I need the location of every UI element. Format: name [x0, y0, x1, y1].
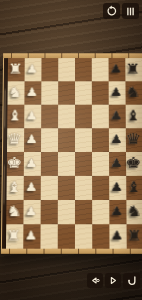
piece-white-bishop[interactable]: ♝: [7, 109, 22, 123]
square-e1[interactable]: ♚: [7, 152, 24, 176]
square-a1[interactable]: ♜: [8, 58, 25, 81]
frame-bottom-coordinates: [1, 249, 142, 254]
square-d5[interactable]: [75, 128, 92, 152]
chess-app-screen: { "game": "chess", "position": { "fen": …: [0, 0, 142, 300]
square-b2[interactable]: ♟: [24, 81, 41, 104]
square-f5[interactable]: [75, 176, 92, 200]
square-e6[interactable]: [92, 152, 109, 176]
square-a6[interactable]: [92, 58, 109, 81]
piece-white-pawn[interactable]: ♟: [25, 205, 38, 217]
piece-black-pawn[interactable]: ♟: [110, 133, 123, 145]
square-b3[interactable]: [41, 81, 58, 104]
vertical-bars-icon: [125, 6, 136, 17]
piece-white-rook[interactable]: ♜: [8, 62, 23, 76]
board-3d-scene: ♜♟♟♜♞♟♟♞♝♟♟♝♛♟♟♛♚♟♟♚♝♟♟♝♞♟♟♞♜♟♟♜: [1, 53, 142, 254]
piece-black-king[interactable]: ♚: [125, 156, 141, 171]
square-e7[interactable]: ♟: [109, 152, 126, 176]
square-c4[interactable]: [58, 105, 75, 129]
square-e5[interactable]: [75, 152, 92, 176]
square-g3[interactable]: [41, 200, 58, 224]
square-g7[interactable]: ♟: [109, 200, 126, 224]
piece-black-pawn[interactable]: ♟: [110, 63, 122, 74]
square-f8[interactable]: ♝: [126, 176, 142, 200]
square-b4[interactable]: [58, 81, 75, 104]
board-middle: ♜♟♟♜♞♟♟♞♝♟♟♝♛♟♟♛♚♟♟♚♝♟♟♝♞♟♟♞♜♟♟♜: [1, 58, 142, 249]
square-h2[interactable]: ♟: [23, 224, 40, 248]
undo-button[interactable]: [123, 273, 140, 289]
restart-circular-arrow-icon: [106, 5, 118, 17]
piece-white-pawn[interactable]: ♟: [25, 133, 38, 145]
piece-black-pawn[interactable]: ♟: [111, 230, 124, 242]
square-d7[interactable]: ♟: [109, 128, 126, 152]
forward-button[interactable]: [105, 273, 121, 288]
square-f2[interactable]: ♟: [24, 176, 41, 200]
board-frame: ♜♟♟♜♞♟♟♞♝♟♟♝♛♟♟♛♚♟♟♚♝♟♟♝♞♟♟♞♜♟♟♜: [1, 53, 142, 254]
square-h1[interactable]: ♜: [6, 224, 23, 248]
piece-white-pawn[interactable]: ♟: [26, 86, 39, 97]
square-b8[interactable]: ♞: [125, 81, 142, 104]
piece-black-knight[interactable]: ♞: [126, 204, 142, 218]
piece-black-bishop[interactable]: ♝: [126, 180, 141, 194]
square-e4[interactable]: [58, 152, 75, 176]
square-d6[interactable]: [92, 128, 109, 152]
square-f1[interactable]: ♝: [6, 176, 23, 200]
piece-white-pawn[interactable]: ♟: [26, 63, 38, 74]
square-a7[interactable]: ♟: [109, 58, 126, 81]
square-f3[interactable]: [41, 176, 58, 200]
piece-black-bishop[interactable]: ♝: [126, 109, 141, 123]
piece-black-queen[interactable]: ♛: [125, 132, 141, 147]
piece-white-pawn[interactable]: ♟: [25, 110, 38, 122]
square-a4[interactable]: [58, 58, 75, 81]
square-e3[interactable]: [41, 152, 58, 176]
triangle-right-icon: [107, 275, 119, 286]
square-d3[interactable]: [41, 128, 58, 152]
piece-white-knight[interactable]: ♞: [7, 85, 22, 99]
square-a3[interactable]: [41, 58, 58, 81]
piece-white-rook[interactable]: ♜: [6, 228, 22, 243]
square-d1[interactable]: ♛: [7, 128, 24, 152]
square-e8[interactable]: ♚: [126, 152, 142, 176]
piece-black-rook[interactable]: ♜: [125, 62, 140, 76]
square-h6[interactable]: [92, 224, 109, 248]
square-g5[interactable]: [75, 200, 92, 224]
triangle-left-knob-icon: [89, 275, 101, 286]
square-a5[interactable]: [75, 58, 92, 81]
piece-black-pawn[interactable]: ♟: [110, 86, 123, 97]
piece-black-pawn[interactable]: ♟: [110, 157, 123, 169]
square-h8[interactable]: ♜: [127, 224, 142, 248]
back-button[interactable]: [87, 273, 103, 288]
piece-white-pawn[interactable]: ♟: [25, 181, 38, 193]
square-h5[interactable]: [75, 224, 92, 248]
square-d2[interactable]: ♟: [24, 128, 41, 152]
piece-white-queen[interactable]: ♛: [6, 132, 22, 147]
square-g6[interactable]: [92, 200, 109, 224]
square-g8[interactable]: ♞: [126, 200, 142, 224]
square-c8[interactable]: ♝: [126, 105, 142, 129]
square-h7[interactable]: ♟: [109, 224, 126, 248]
piece-black-rook[interactable]: ♜: [126, 228, 142, 243]
square-a8[interactable]: ♜: [125, 58, 142, 81]
menu-button[interactable]: [122, 3, 139, 19]
square-a2[interactable]: ♟: [25, 58, 42, 81]
square-b1[interactable]: ♞: [8, 81, 25, 104]
piece-white-pawn[interactable]: ♟: [25, 230, 38, 242]
square-d4[interactable]: [58, 128, 75, 152]
square-b6[interactable]: [92, 81, 109, 104]
square-c2[interactable]: ♟: [24, 105, 41, 129]
square-f4[interactable]: [58, 176, 75, 200]
square-h4[interactable]: [58, 224, 75, 248]
piece-black-pawn[interactable]: ♟: [110, 181, 123, 193]
square-c7[interactable]: ♟: [109, 105, 126, 129]
piece-black-pawn[interactable]: ♟: [110, 110, 123, 122]
square-c1[interactable]: ♝: [7, 105, 24, 129]
square-c3[interactable]: [41, 105, 58, 129]
square-d8[interactable]: ♛: [126, 128, 142, 152]
piece-black-knight[interactable]: ♞: [125, 85, 140, 99]
undo-hook-icon: [126, 275, 138, 287]
chess-board[interactable]: ♜♟♟♜♞♟♟♞♝♟♟♝♛♟♟♛♚♟♟♚♝♟♟♝♞♟♟♞♜♟♟♜: [6, 58, 142, 249]
piece-white-king[interactable]: ♚: [6, 156, 22, 171]
square-g4[interactable]: [58, 200, 75, 224]
square-b5[interactable]: [75, 81, 92, 104]
square-h3[interactable]: [40, 224, 57, 248]
square-f6[interactable]: [92, 176, 109, 200]
piece-black-pawn[interactable]: ♟: [110, 205, 123, 217]
square-e2[interactable]: ♟: [24, 152, 41, 176]
square-g2[interactable]: ♟: [23, 200, 40, 224]
piece-white-knight[interactable]: ♞: [6, 204, 22, 218]
square-c6[interactable]: [92, 105, 109, 129]
square-g1[interactable]: ♞: [6, 200, 23, 224]
square-f7[interactable]: ♟: [109, 176, 126, 200]
piece-white-pawn[interactable]: ♟: [25, 157, 38, 169]
square-c5[interactable]: [75, 105, 92, 129]
square-b7[interactable]: ♟: [109, 81, 126, 104]
restart-button[interactable]: [103, 3, 120, 19]
piece-white-bishop[interactable]: ♝: [6, 180, 21, 194]
